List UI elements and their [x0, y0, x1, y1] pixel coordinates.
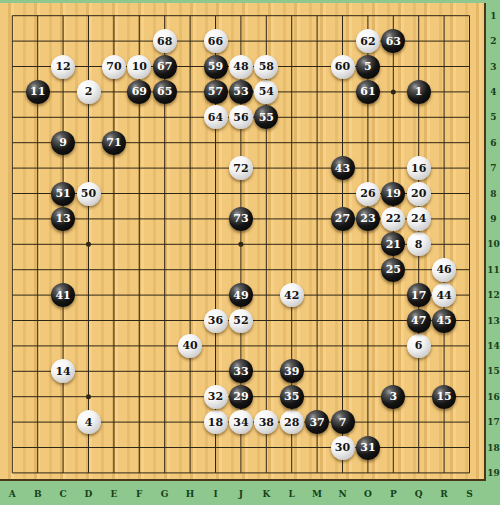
stone-66-white[interactable]: 66: [204, 29, 228, 53]
stone-36-white[interactable]: 36: [204, 309, 228, 333]
go-board[interactable]: 1234567891011121314151617181920212223242…: [0, 3, 486, 481]
row-label-11: 11: [487, 265, 500, 275]
row-label-9: 9: [487, 214, 500, 224]
stone-47-black[interactable]: 47: [407, 309, 431, 333]
stone-23-black[interactable]: 23: [356, 207, 380, 231]
column-label-I: I: [204, 489, 228, 499]
stone-3-black[interactable]: 3: [381, 385, 405, 409]
move-number: 49: [233, 290, 248, 301]
move-number: 54: [259, 86, 274, 97]
move-number: 38: [259, 417, 274, 428]
stone-10-white[interactable]: 10: [127, 55, 151, 79]
move-number: 20: [411, 188, 426, 199]
stone-58-white[interactable]: 58: [254, 55, 278, 79]
move-number: 6: [415, 340, 423, 351]
stone-70-white[interactable]: 70: [102, 55, 126, 79]
move-number: 56: [233, 112, 248, 123]
stone-39-black[interactable]: 39: [280, 359, 304, 383]
move-number: 63: [386, 36, 401, 47]
move-number: 35: [284, 391, 299, 402]
stone-5-black[interactable]: 5: [356, 55, 380, 79]
move-number: 64: [208, 112, 223, 123]
stone-20-white[interactable]: 20: [407, 182, 431, 206]
stone-17-black[interactable]: 17: [407, 283, 431, 307]
move-number: 58: [259, 61, 274, 72]
move-number: 5: [364, 61, 372, 72]
move-number: 27: [335, 213, 350, 224]
move-number: 31: [360, 442, 375, 453]
row-label-19: 19: [487, 468, 500, 478]
stone-13-black[interactable]: 13: [51, 207, 75, 231]
move-number: 15: [436, 391, 451, 402]
move-number: 44: [436, 290, 451, 301]
row-label-2: 2: [487, 36, 500, 46]
row-label-6: 6: [487, 138, 500, 148]
stone-2-white[interactable]: 2: [77, 80, 101, 104]
move-number: 29: [233, 391, 248, 402]
move-number: 12: [55, 61, 70, 72]
column-label-M: M: [305, 489, 329, 499]
stone-64-white[interactable]: 64: [204, 105, 228, 129]
move-number: 42: [284, 290, 299, 301]
stone-43-black[interactable]: 43: [331, 156, 355, 180]
move-number: 71: [106, 137, 121, 148]
move-number: 8: [415, 239, 423, 250]
stone-67-black[interactable]: 67: [153, 55, 177, 79]
row-label-12: 12: [487, 290, 500, 300]
stone-73-black[interactable]: 73: [229, 207, 253, 231]
move-number: 33: [233, 366, 248, 377]
stone-28-white[interactable]: 28: [280, 410, 304, 434]
stone-68-white[interactable]: 68: [153, 29, 177, 53]
move-number: 59: [208, 61, 223, 72]
stone-16-white[interactable]: 16: [407, 156, 431, 180]
row-label-1: 1: [487, 11, 500, 21]
move-number: 57: [208, 86, 223, 97]
star-point: [86, 394, 91, 399]
row-label-4: 4: [487, 87, 500, 97]
stone-44-white[interactable]: 44: [432, 283, 456, 307]
row-label-17: 17: [487, 417, 500, 427]
column-label-J: J: [229, 489, 253, 499]
stone-60-white[interactable]: 60: [331, 55, 355, 79]
stone-53-black[interactable]: 53: [229, 80, 253, 104]
column-label-G: G: [153, 489, 177, 499]
stone-32-white[interactable]: 32: [204, 385, 228, 409]
stone-30-white[interactable]: 30: [331, 436, 355, 460]
move-number: 61: [360, 86, 375, 97]
stone-51-black[interactable]: 51: [51, 182, 75, 206]
stone-72-white[interactable]: 72: [229, 156, 253, 180]
column-label-R: R: [432, 489, 456, 499]
stone-65-black[interactable]: 65: [153, 80, 177, 104]
move-number: 19: [386, 188, 401, 199]
stone-7-black[interactable]: 7: [331, 410, 355, 434]
move-number: 2: [85, 86, 93, 97]
move-number: 41: [55, 290, 70, 301]
column-label-K: K: [254, 489, 278, 499]
move-number: 55: [259, 112, 274, 123]
move-number: 47: [411, 315, 426, 326]
stone-15-black[interactable]: 15: [432, 385, 456, 409]
move-number: 37: [309, 417, 324, 428]
stone-12-white[interactable]: 12: [51, 55, 75, 79]
column-label-A: A: [0, 489, 24, 499]
column-label-Q: Q: [407, 489, 431, 499]
stone-18-white[interactable]: 18: [204, 410, 228, 434]
move-number: 16: [411, 163, 426, 174]
stone-49-black[interactable]: 49: [229, 283, 253, 307]
star-point: [86, 242, 91, 247]
move-number: 30: [335, 442, 350, 453]
stone-11-black[interactable]: 11: [26, 80, 50, 104]
move-number: 23: [360, 213, 375, 224]
stone-9-black[interactable]: 9: [51, 131, 75, 155]
stone-1-black[interactable]: 1: [407, 80, 431, 104]
stone-19-black[interactable]: 19: [381, 182, 405, 206]
move-number: 72: [233, 163, 248, 174]
move-number: 39: [284, 366, 299, 377]
column-label-H: H: [178, 489, 202, 499]
star-point: [391, 89, 396, 94]
stone-41-black[interactable]: 41: [51, 283, 75, 307]
stone-31-black[interactable]: 31: [356, 436, 380, 460]
stone-27-black[interactable]: 27: [331, 207, 355, 231]
stone-45-black[interactable]: 45: [432, 309, 456, 333]
row-label-8: 8: [487, 189, 500, 199]
stone-59-black[interactable]: 59: [204, 55, 228, 79]
move-number: 26: [360, 188, 375, 199]
column-label-D: D: [77, 489, 101, 499]
stone-25-black[interactable]: 25: [381, 258, 405, 282]
move-number: 13: [55, 213, 70, 224]
move-number: 32: [208, 391, 223, 402]
row-label-18: 18: [487, 443, 500, 453]
move-number: 73: [233, 213, 248, 224]
move-number: 28: [284, 417, 299, 428]
move-number: 14: [55, 366, 70, 377]
column-label-O: O: [356, 489, 380, 499]
move-number: 4: [85, 417, 93, 428]
row-label-7: 7: [487, 163, 500, 173]
move-number: 46: [436, 264, 451, 275]
move-number: 25: [386, 264, 401, 275]
move-number: 36: [208, 315, 223, 326]
move-number: 45: [436, 315, 451, 326]
row-label-5: 5: [487, 112, 500, 122]
move-number: 9: [59, 137, 67, 148]
move-number: 60: [335, 61, 350, 72]
move-number: 3: [389, 391, 397, 402]
stone-46-white[interactable]: 46: [432, 258, 456, 282]
row-label-10: 10: [487, 239, 500, 249]
stone-29-black[interactable]: 29: [229, 385, 253, 409]
column-label-N: N: [331, 489, 355, 499]
column-label-P: P: [381, 489, 405, 499]
star-point: [238, 242, 243, 247]
stone-61-black[interactable]: 61: [356, 80, 380, 104]
stone-40-white[interactable]: 40: [178, 334, 202, 358]
move-number: 67: [157, 61, 172, 72]
move-number: 65: [157, 86, 172, 97]
move-number: 70: [106, 61, 121, 72]
row-label-13: 13: [487, 316, 500, 326]
move-number: 43: [335, 163, 350, 174]
move-number: 53: [233, 86, 248, 97]
stone-24-white[interactable]: 24: [407, 207, 431, 231]
stone-34-white[interactable]: 34: [229, 410, 253, 434]
move-number: 1: [415, 86, 423, 97]
column-label-F: F: [127, 489, 151, 499]
stone-42-white[interactable]: 42: [280, 283, 304, 307]
move-number: 17: [411, 290, 426, 301]
move-number: 52: [233, 315, 248, 326]
move-number: 66: [208, 36, 223, 47]
move-number: 69: [132, 86, 147, 97]
stone-52-white[interactable]: 52: [229, 309, 253, 333]
move-number: 18: [208, 417, 223, 428]
move-number: 51: [55, 188, 70, 199]
move-number: 48: [233, 61, 248, 72]
column-label-L: L: [280, 489, 304, 499]
move-number: 62: [360, 36, 375, 47]
move-number: 24: [411, 213, 426, 224]
stone-48-white[interactable]: 48: [229, 55, 253, 79]
column-label-C: C: [51, 489, 75, 499]
stone-37-black[interactable]: 37: [305, 410, 329, 434]
move-number: 11: [30, 86, 45, 97]
row-label-14: 14: [487, 341, 500, 351]
column-label-E: E: [102, 489, 126, 499]
move-number: 40: [182, 340, 197, 351]
stone-8-white[interactable]: 8: [407, 232, 431, 256]
move-number: 50: [81, 188, 96, 199]
move-number: 7: [339, 417, 347, 428]
stone-50-white[interactable]: 50: [77, 182, 101, 206]
move-number: 22: [386, 213, 401, 224]
stone-4-white[interactable]: 4: [77, 410, 101, 434]
stone-6-white[interactable]: 6: [407, 334, 431, 358]
move-number: 34: [233, 417, 248, 428]
stone-71-black[interactable]: 71: [102, 131, 126, 155]
row-label-16: 16: [487, 392, 500, 402]
column-label-B: B: [26, 489, 50, 499]
move-number: 68: [157, 36, 172, 47]
row-label-3: 3: [487, 62, 500, 72]
stone-62-white[interactable]: 62: [356, 29, 380, 53]
move-number: 10: [132, 61, 147, 72]
row-label-15: 15: [487, 366, 500, 376]
stone-35-black[interactable]: 35: [280, 385, 304, 409]
stone-26-white[interactable]: 26: [356, 182, 380, 206]
column-label-S: S: [458, 489, 482, 499]
move-number: 21: [386, 239, 401, 250]
stone-57-black[interactable]: 57: [204, 80, 228, 104]
